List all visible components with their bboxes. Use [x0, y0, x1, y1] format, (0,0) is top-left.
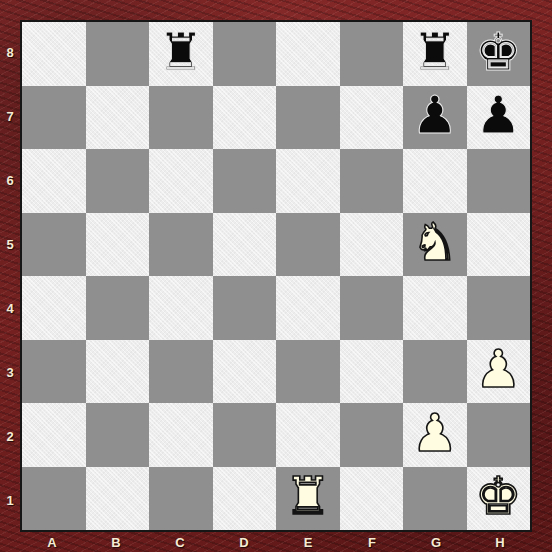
square-g8[interactable]: ♜ [403, 22, 467, 86]
square-g7[interactable]: ♟ [403, 86, 467, 150]
file-label-e: E [276, 532, 340, 552]
rank-label-2: 2 [0, 404, 20, 468]
file-label-c: C [148, 532, 212, 552]
file-label-b: B [84, 532, 148, 552]
square-d7[interactable] [213, 86, 277, 150]
square-c7[interactable] [149, 86, 213, 150]
rank-labels: 87654321 [0, 20, 20, 532]
square-d2[interactable] [213, 403, 277, 467]
square-h5[interactable] [467, 213, 531, 277]
square-b8[interactable] [86, 22, 150, 86]
square-a5[interactable] [22, 213, 86, 277]
square-b4[interactable] [86, 276, 150, 340]
square-g5[interactable]: ♞ [403, 213, 467, 277]
square-f2[interactable] [340, 403, 404, 467]
black-rook: ♜ [157, 26, 204, 78]
square-h2[interactable] [467, 403, 531, 467]
square-h4[interactable] [467, 276, 531, 340]
file-label-f: F [340, 532, 404, 552]
white-pawn: ♟ [411, 407, 458, 459]
square-a2[interactable] [22, 403, 86, 467]
square-e5[interactable] [276, 213, 340, 277]
square-a8[interactable] [22, 22, 86, 86]
square-f6[interactable] [340, 149, 404, 213]
square-h6[interactable] [467, 149, 531, 213]
white-knight: ♞ [411, 216, 458, 268]
rank-label-5: 5 [0, 212, 20, 276]
black-pawn: ♟ [475, 89, 522, 141]
square-b7[interactable] [86, 86, 150, 150]
square-a6[interactable] [22, 149, 86, 213]
file-label-d: D [212, 532, 276, 552]
black-king: ♚ [475, 26, 522, 78]
square-a3[interactable] [22, 340, 86, 404]
square-c6[interactable] [149, 149, 213, 213]
square-h1[interactable]: ♚ [467, 467, 531, 531]
square-g1[interactable] [403, 467, 467, 531]
square-f8[interactable] [340, 22, 404, 86]
square-h7[interactable]: ♟ [467, 86, 531, 150]
square-d3[interactable] [213, 340, 277, 404]
square-c2[interactable] [149, 403, 213, 467]
rank-label-3: 3 [0, 340, 20, 404]
square-h8[interactable]: ♚ [467, 22, 531, 86]
black-pawn: ♟ [411, 89, 458, 141]
square-e1[interactable]: ♜ [276, 467, 340, 531]
square-c5[interactable] [149, 213, 213, 277]
square-b2[interactable] [86, 403, 150, 467]
square-c3[interactable] [149, 340, 213, 404]
square-a1[interactable] [22, 467, 86, 531]
rank-label-7: 7 [0, 84, 20, 148]
white-pawn: ♟ [475, 343, 522, 395]
square-a4[interactable] [22, 276, 86, 340]
board-frame: ♜♜♚♟♟♞♟♟♜♚ 87654321 ABCDEFGH [0, 0, 552, 552]
square-b3[interactable] [86, 340, 150, 404]
square-e7[interactable] [276, 86, 340, 150]
chessboard: ♜♜♚♟♟♞♟♟♜♚ [20, 20, 532, 532]
square-e8[interactable] [276, 22, 340, 86]
square-b5[interactable] [86, 213, 150, 277]
square-e6[interactable] [276, 149, 340, 213]
square-b1[interactable] [86, 467, 150, 531]
square-c4[interactable] [149, 276, 213, 340]
square-e3[interactable] [276, 340, 340, 404]
file-labels: ABCDEFGH [20, 532, 532, 552]
file-label-g: G [404, 532, 468, 552]
square-c1[interactable] [149, 467, 213, 531]
square-g6[interactable] [403, 149, 467, 213]
white-king: ♚ [475, 470, 522, 522]
rank-label-6: 6 [0, 148, 20, 212]
square-d4[interactable] [213, 276, 277, 340]
square-c8[interactable]: ♜ [149, 22, 213, 86]
square-d5[interactable] [213, 213, 277, 277]
file-label-a: A [20, 532, 84, 552]
black-rook: ♜ [411, 26, 458, 78]
square-h3[interactable]: ♟ [467, 340, 531, 404]
square-a7[interactable] [22, 86, 86, 150]
rank-label-8: 8 [0, 20, 20, 84]
square-e2[interactable] [276, 403, 340, 467]
square-f1[interactable] [340, 467, 404, 531]
square-f4[interactable] [340, 276, 404, 340]
square-d6[interactable] [213, 149, 277, 213]
white-rook: ♜ [284, 470, 331, 522]
square-d1[interactable] [213, 467, 277, 531]
square-g4[interactable] [403, 276, 467, 340]
file-label-h: H [468, 532, 532, 552]
square-f5[interactable] [340, 213, 404, 277]
rank-label-4: 4 [0, 276, 20, 340]
square-f3[interactable] [340, 340, 404, 404]
square-g2[interactable]: ♟ [403, 403, 467, 467]
square-f7[interactable] [340, 86, 404, 150]
square-g3[interactable] [403, 340, 467, 404]
square-e4[interactable] [276, 276, 340, 340]
square-b6[interactable] [86, 149, 150, 213]
square-d8[interactable] [213, 22, 277, 86]
rank-label-1: 1 [0, 468, 20, 532]
